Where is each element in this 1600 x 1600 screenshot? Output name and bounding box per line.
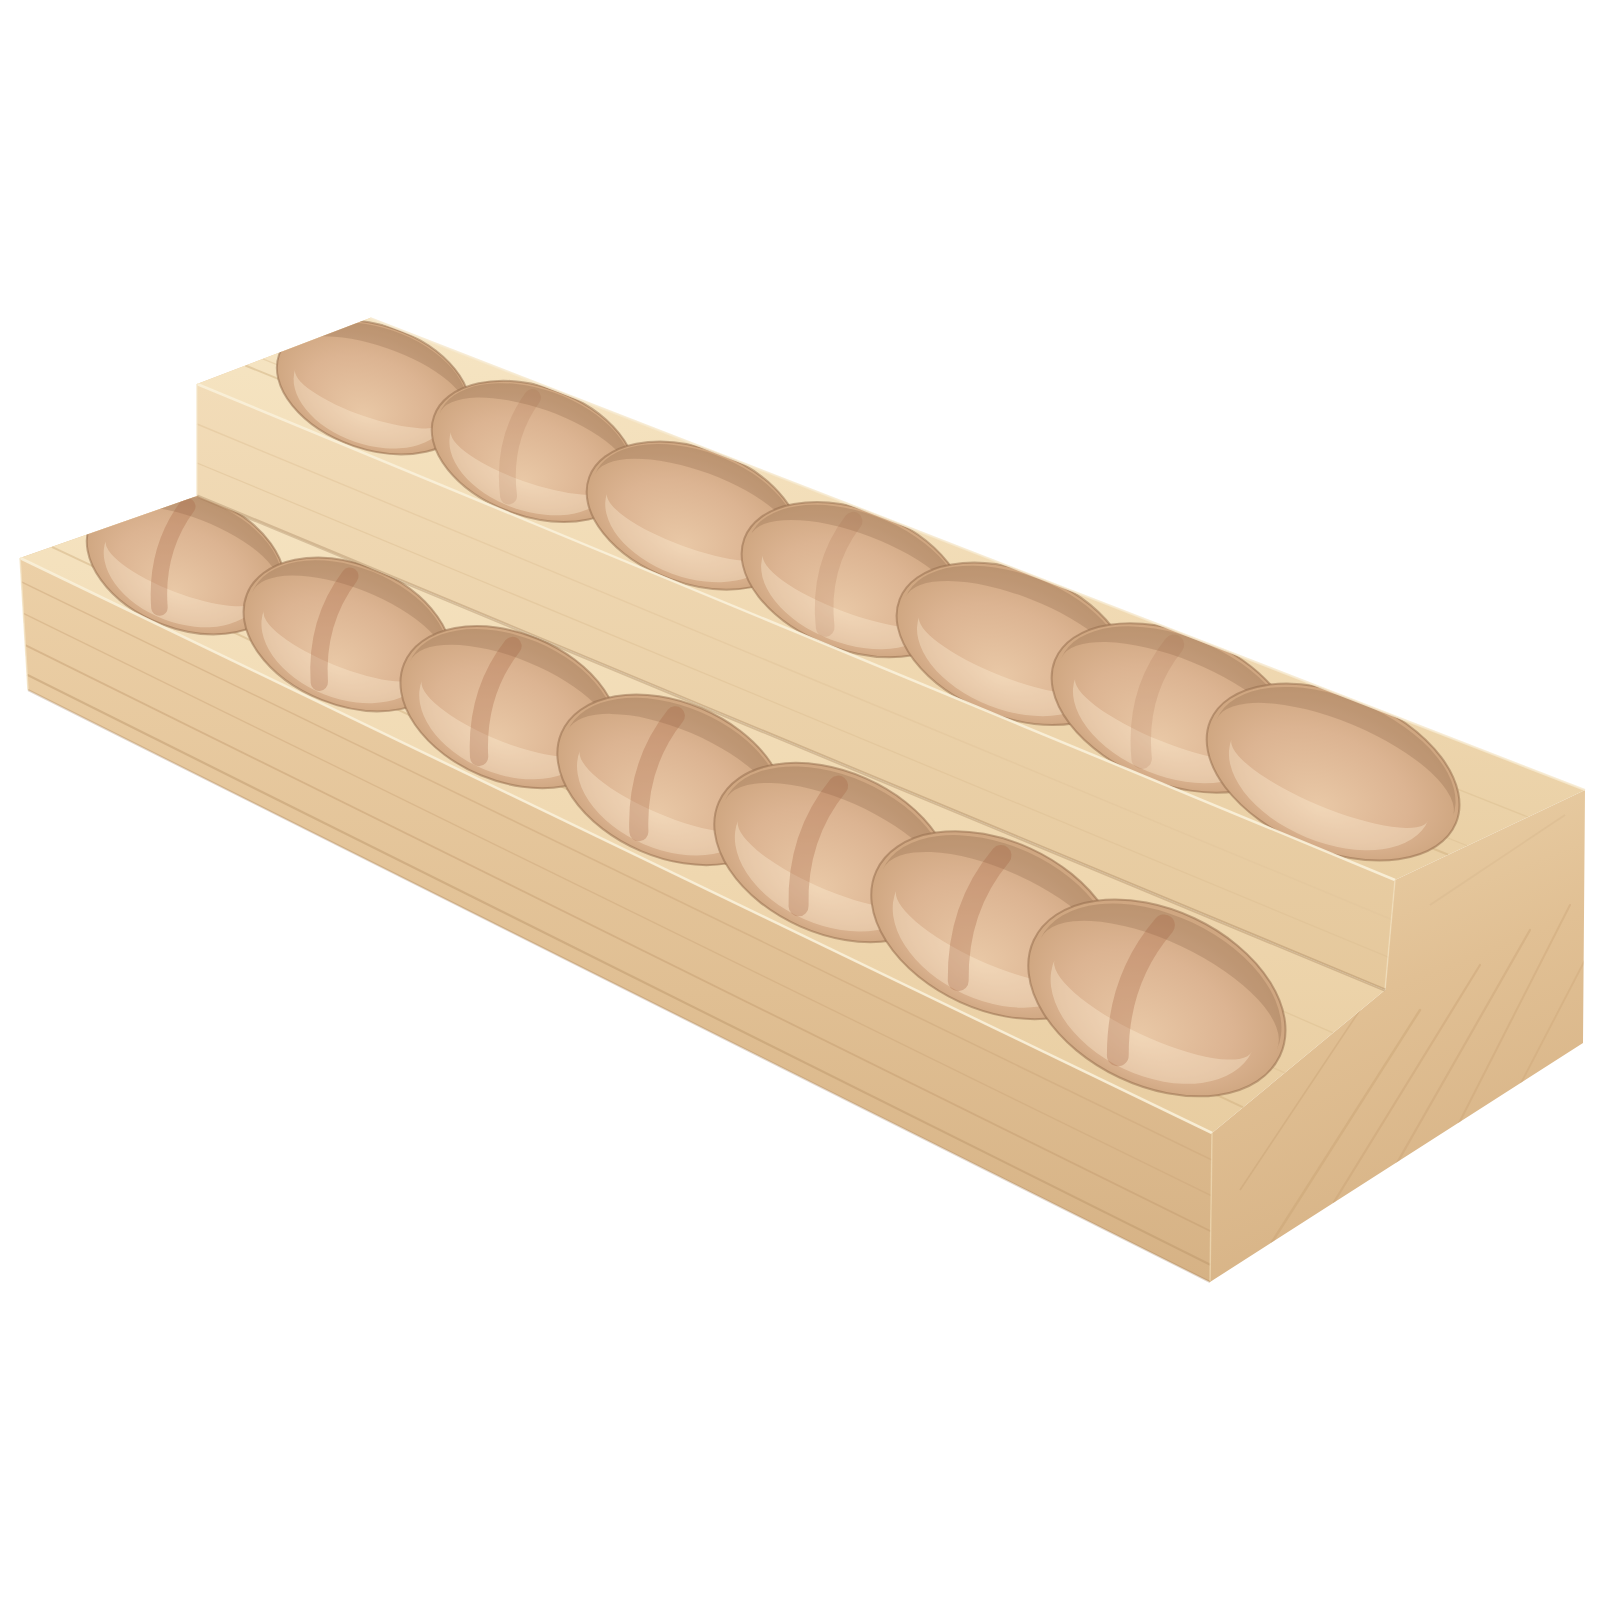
product-photo-stage (0, 0, 1600, 1600)
